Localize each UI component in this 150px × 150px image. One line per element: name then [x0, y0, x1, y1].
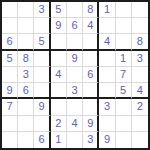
cell-r5c2-given: 3 — [18, 67, 34, 83]
cell-r8c9-empty[interactable] — [132, 116, 148, 132]
cell-r4c7-empty[interactable] — [99, 51, 115, 67]
cell-r9c6-given: 3 — [83, 132, 99, 148]
cell-r7c4-empty[interactable] — [51, 99, 67, 115]
cell-r4c8-given: 1 — [116, 51, 132, 67]
cell-r9c4-given: 1 — [51, 132, 67, 148]
cell-r7c5-empty[interactable] — [67, 99, 83, 115]
cell-r1c5-empty[interactable] — [67, 2, 83, 18]
cell-r3c5-empty[interactable] — [67, 34, 83, 50]
cell-r8c5-given: 4 — [67, 116, 83, 132]
cell-r7c2-empty[interactable] — [18, 99, 34, 115]
cell-r7c1-given: 7 — [2, 99, 18, 115]
cell-r6c2-given: 6 — [18, 83, 34, 99]
cell-r2c5-given: 6 — [67, 18, 83, 34]
cell-r7c7-given: 3 — [99, 99, 115, 115]
cell-r3c1-given: 6 — [2, 34, 18, 50]
cell-r5c7-empty[interactable] — [99, 67, 115, 83]
cell-r1c7-given: 1 — [99, 2, 115, 18]
cell-r8c1-empty[interactable] — [2, 116, 18, 132]
cell-r6c4-empty[interactable] — [51, 83, 67, 99]
cell-r7c6-empty[interactable] — [83, 99, 99, 115]
cell-r1c2-empty[interactable] — [18, 2, 34, 18]
cell-r9c5-empty[interactable] — [67, 132, 83, 148]
cell-r5c1-empty[interactable] — [2, 67, 18, 83]
cell-r4c9-given: 3 — [132, 51, 148, 67]
cell-r5c4-given: 4 — [51, 67, 67, 83]
sudoku-board: 358196465485891334679635479322496139 — [0, 0, 150, 150]
cell-r9c1-empty[interactable] — [2, 132, 18, 148]
cell-r6c5-given: 3 — [67, 83, 83, 99]
cell-r9c2-empty[interactable] — [18, 132, 34, 148]
cell-r9c7-given: 9 — [99, 132, 115, 148]
cell-r3c4-empty[interactable] — [51, 34, 67, 50]
cell-r7c3-given: 9 — [34, 99, 50, 115]
cell-r8c3-empty[interactable] — [34, 116, 50, 132]
cell-r4c2-given: 8 — [18, 51, 34, 67]
cell-r1c6-given: 8 — [83, 2, 99, 18]
cell-r2c1-empty[interactable] — [2, 18, 18, 34]
cell-r6c3-empty[interactable] — [34, 83, 50, 99]
cell-r1c8-empty[interactable] — [116, 2, 132, 18]
cell-r4c5-given: 9 — [67, 51, 83, 67]
cell-r2c4-given: 9 — [51, 18, 67, 34]
cell-r5c6-given: 6 — [83, 67, 99, 83]
cell-r6c1-given: 9 — [2, 83, 18, 99]
cell-r6c8-given: 5 — [116, 83, 132, 99]
cell-r1c4-given: 5 — [51, 2, 67, 18]
cell-r2c8-empty[interactable] — [116, 18, 132, 34]
cell-r5c9-empty[interactable] — [132, 67, 148, 83]
cell-r4c1-given: 5 — [2, 51, 18, 67]
cell-r8c7-empty[interactable] — [99, 116, 115, 132]
cell-r6c7-empty[interactable] — [99, 83, 115, 99]
cell-r5c8-given: 7 — [116, 67, 132, 83]
cell-r3c2-empty[interactable] — [18, 34, 34, 50]
cell-r1c3-given: 3 — [34, 2, 50, 18]
cell-r2c3-empty[interactable] — [34, 18, 50, 34]
cell-r3c3-given: 5 — [34, 34, 50, 50]
cell-r8c2-empty[interactable] — [18, 116, 34, 132]
cell-r4c6-empty[interactable] — [83, 51, 99, 67]
cell-r3c9-given: 8 — [132, 34, 148, 50]
cell-r9c3-given: 6 — [34, 132, 50, 148]
cell-r2c7-empty[interactable] — [99, 18, 115, 34]
cell-r6c6-empty[interactable] — [83, 83, 99, 99]
cell-r9c9-empty[interactable] — [132, 132, 148, 148]
cell-r4c4-empty[interactable] — [51, 51, 67, 67]
cell-r8c8-empty[interactable] — [116, 116, 132, 132]
cell-r4c3-empty[interactable] — [34, 51, 50, 67]
cell-r6c9-given: 4 — [132, 83, 148, 99]
cell-r1c9-empty[interactable] — [132, 2, 148, 18]
cell-r7c9-given: 2 — [132, 99, 148, 115]
cell-r5c3-empty[interactable] — [34, 67, 50, 83]
cell-r5c5-empty[interactable] — [67, 67, 83, 83]
cell-r3c6-empty[interactable] — [83, 34, 99, 50]
cell-r3c7-given: 4 — [99, 34, 115, 50]
cell-r2c2-empty[interactable] — [18, 18, 34, 34]
cell-r9c8-empty[interactable] — [116, 132, 132, 148]
cell-r2c9-empty[interactable] — [132, 18, 148, 34]
cell-r3c8-empty[interactable] — [116, 34, 132, 50]
cell-r2c6-given: 4 — [83, 18, 99, 34]
cell-r1c1-empty[interactable] — [2, 2, 18, 18]
cell-r7c8-empty[interactable] — [116, 99, 132, 115]
cell-r8c6-given: 9 — [83, 116, 99, 132]
cell-r8c4-given: 2 — [51, 116, 67, 132]
